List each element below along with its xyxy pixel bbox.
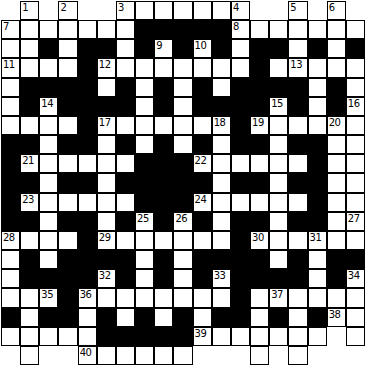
block-cell: [154, 97, 173, 116]
grid-cell[interactable]: [212, 327, 231, 346]
grid-cell[interactable]: [58, 154, 77, 173]
grid-cell[interactable]: 16: [346, 97, 365, 116]
grid-cell[interactable]: [308, 116, 327, 135]
grid-cell[interactable]: [116, 346, 135, 365]
grid-cell[interactable]: [250, 20, 269, 39]
grid-cell[interactable]: [135, 288, 154, 307]
grid-cell[interactable]: 21: [20, 154, 39, 173]
grid-cell[interactable]: 26: [173, 212, 192, 231]
grid-cell[interactable]: [231, 327, 250, 346]
grid-cell[interactable]: [20, 20, 39, 39]
grid-cell[interactable]: [327, 58, 346, 77]
clue-number: 36: [80, 289, 92, 300]
grid-cell[interactable]: [346, 20, 365, 39]
grid-cell[interactable]: 25: [135, 212, 154, 231]
grid-cell[interactable]: [39, 20, 58, 39]
grid-cell[interactable]: [20, 288, 39, 307]
grid-cell[interactable]: [212, 212, 231, 231]
grid-cell[interactable]: [346, 116, 365, 135]
block-cell: [116, 78, 135, 97]
grid-cell[interactable]: [288, 154, 307, 173]
grid-cell[interactable]: 29: [97, 231, 116, 250]
grid-cell[interactable]: [212, 288, 231, 307]
grid-cell[interactable]: [346, 173, 365, 192]
clue-number: 38: [329, 309, 341, 320]
grid-cell[interactable]: [269, 116, 288, 135]
grid-cell[interactable]: [212, 173, 231, 192]
grid-cell[interactable]: 33: [212, 269, 231, 288]
block-cell: [193, 20, 212, 39]
grid-cell[interactable]: [193, 231, 212, 250]
grid-cell[interactable]: [1, 250, 20, 269]
grid-cell[interactable]: [154, 58, 173, 77]
grid-cell[interactable]: [20, 231, 39, 250]
grid-cell[interactable]: [39, 250, 58, 269]
block-cell: [1, 308, 20, 327]
grid-cell[interactable]: [327, 154, 346, 173]
grid-cell[interactable]: [39, 193, 58, 212]
clue-number: 23: [22, 194, 34, 205]
clue-number: 26: [175, 213, 187, 224]
grid-cell[interactable]: [58, 231, 77, 250]
grid-cell[interactable]: 7: [1, 20, 20, 39]
grid-cell[interactable]: [193, 288, 212, 307]
grid-cell[interactable]: [20, 39, 39, 58]
grid-cell[interactable]: [193, 308, 212, 327]
grid-cell[interactable]: [288, 193, 307, 212]
grid-cell[interactable]: [346, 308, 365, 327]
grid-cell[interactable]: [231, 154, 250, 173]
grid-cell[interactable]: [173, 231, 192, 250]
grid-cell[interactable]: [39, 135, 58, 154]
grid-cell[interactable]: [346, 58, 365, 77]
grid-cell[interactable]: [1, 288, 20, 307]
block-cell: [173, 39, 192, 58]
grid-cell[interactable]: [269, 250, 288, 269]
block-cell: [212, 250, 231, 269]
block-cell: [78, 39, 97, 58]
grid-cell[interactable]: 37: [269, 288, 288, 307]
grid-cell[interactable]: [116, 288, 135, 307]
grid-cell[interactable]: [193, 1, 212, 20]
block-cell: [231, 173, 250, 192]
clue-number: 1: [22, 2, 28, 13]
grid-cell[interactable]: [154, 231, 173, 250]
grid-cell[interactable]: 14: [39, 97, 58, 116]
grid-cell[interactable]: [97, 288, 116, 307]
clue-number: 33: [214, 270, 226, 281]
grid-cell[interactable]: [116, 231, 135, 250]
grid-cell[interactable]: [231, 39, 250, 58]
void-cell: [308, 346, 327, 365]
grid-cell[interactable]: [308, 250, 327, 269]
block-cell: [346, 250, 365, 269]
block-cell: [269, 269, 288, 288]
block-cell: [1, 154, 20, 173]
grid-cell[interactable]: [193, 116, 212, 135]
grid-cell[interactable]: [346, 78, 365, 97]
grid-cell[interactable]: [346, 327, 365, 346]
grid-cell[interactable]: [288, 327, 307, 346]
clue-number: 6: [329, 2, 335, 13]
block-cell: [78, 97, 97, 116]
grid-cell[interactable]: [135, 58, 154, 77]
grid-cell[interactable]: [173, 78, 192, 97]
grid-cell[interactable]: [346, 135, 365, 154]
block-cell: [116, 327, 135, 346]
clue-number: 11: [3, 59, 15, 70]
grid-cell[interactable]: 8: [231, 20, 250, 39]
grid-cell[interactable]: [173, 58, 192, 77]
block-cell: [269, 39, 288, 58]
block-cell: [135, 308, 154, 327]
grid-cell[interactable]: [212, 1, 231, 20]
grid-cell[interactable]: 19: [250, 116, 269, 135]
block-cell: [1, 212, 20, 231]
grid-cell[interactable]: [250, 327, 269, 346]
void-cell: [97, 1, 116, 20]
grid-cell[interactable]: [269, 327, 288, 346]
block-cell: [154, 135, 173, 154]
grid-cell[interactable]: 39: [193, 327, 212, 346]
grid-cell[interactable]: 4: [231, 1, 250, 20]
block-cell: [1, 135, 20, 154]
grid-cell[interactable]: [212, 58, 231, 77]
grid-cell[interactable]: 5: [288, 1, 307, 20]
grid-cell[interactable]: 10: [193, 39, 212, 58]
grid-cell[interactable]: [346, 193, 365, 212]
grid-cell[interactable]: [327, 212, 346, 231]
block-cell: [288, 173, 307, 192]
block-cell: [173, 20, 192, 39]
grid-cell[interactable]: [269, 212, 288, 231]
grid-cell[interactable]: [58, 58, 77, 77]
grid-cell[interactable]: [288, 116, 307, 135]
block-cell: [250, 58, 269, 77]
grid-cell[interactable]: [1, 97, 20, 116]
grid-cell[interactable]: [20, 308, 39, 327]
grid-cell[interactable]: [78, 327, 97, 346]
grid-cell[interactable]: [116, 116, 135, 135]
grid-cell[interactable]: [135, 135, 154, 154]
grid-cell[interactable]: 11: [1, 58, 20, 77]
grid-cell[interactable]: [173, 1, 192, 20]
grid-cell[interactable]: [1, 116, 20, 135]
grid-cell[interactable]: 15: [269, 97, 288, 116]
block-cell: [193, 269, 212, 288]
grid-cell[interactable]: 40: [78, 346, 97, 365]
grid-cell[interactable]: 1: [20, 1, 39, 20]
grid-cell[interactable]: [39, 116, 58, 135]
block-cell: [193, 78, 212, 97]
grid-cell[interactable]: [288, 308, 307, 327]
block-cell: [231, 116, 250, 135]
grid-cell[interactable]: [97, 346, 116, 365]
clue-number: 15: [271, 98, 283, 109]
grid-cell[interactable]: 3: [116, 1, 135, 20]
block-cell: [135, 327, 154, 346]
grid-cell[interactable]: [97, 212, 116, 231]
grid-cell[interactable]: [327, 20, 346, 39]
grid-cell[interactable]: 18: [212, 116, 231, 135]
block-cell: [135, 193, 154, 212]
grid-cell[interactable]: 27: [346, 212, 365, 231]
grid-cell[interactable]: [1, 78, 20, 97]
grid-cell[interactable]: [135, 231, 154, 250]
grid-cell[interactable]: [173, 135, 192, 154]
clue-number: 30: [252, 232, 264, 243]
grid-cell[interactable]: [269, 135, 288, 154]
clue-number: 12: [99, 59, 111, 70]
grid-cell[interactable]: [288, 288, 307, 307]
block-cell: [250, 212, 269, 231]
grid-cell[interactable]: 13: [288, 58, 307, 77]
grid-cell[interactable]: 35: [39, 288, 58, 307]
grid-cell[interactable]: [308, 327, 327, 346]
grid-cell[interactable]: [308, 269, 327, 288]
grid-cell[interactable]: [212, 154, 231, 173]
grid-cell[interactable]: [97, 78, 116, 97]
grid-cell[interactable]: [288, 346, 307, 365]
grid-cell[interactable]: [250, 193, 269, 212]
grid-cell[interactable]: [97, 154, 116, 173]
block-cell: [135, 154, 154, 173]
block-cell: [288, 212, 307, 231]
block-cell: [193, 212, 212, 231]
grid-cell[interactable]: [327, 39, 346, 58]
grid-cell[interactable]: [269, 154, 288, 173]
grid-cell[interactable]: [58, 20, 77, 39]
grid-cell[interactable]: [58, 327, 77, 346]
grid-cell[interactable]: [135, 269, 154, 288]
grid-cell[interactable]: [173, 346, 192, 365]
block-cell: [327, 78, 346, 97]
grid-cell[interactable]: [116, 193, 135, 212]
grid-cell[interactable]: [1, 39, 20, 58]
block-cell: [154, 173, 173, 192]
block-cell: [135, 39, 154, 58]
void-cell: [193, 346, 212, 365]
block-cell: [212, 308, 231, 327]
block-cell: [78, 231, 97, 250]
grid-cell[interactable]: 31: [308, 231, 327, 250]
void-cell: [346, 1, 365, 20]
grid-cell[interactable]: [1, 269, 20, 288]
grid-cell[interactable]: [135, 116, 154, 135]
grid-cell[interactable]: [116, 58, 135, 77]
grid-cell[interactable]: [250, 154, 269, 173]
grid-cell[interactable]: [20, 327, 39, 346]
void-cell: [269, 346, 288, 365]
clue-number: 39: [195, 328, 207, 339]
grid-cell[interactable]: [78, 154, 97, 173]
block-cell: [20, 212, 39, 231]
grid-cell[interactable]: [154, 1, 173, 20]
grid-cell[interactable]: [39, 58, 58, 77]
clue-number: 35: [41, 289, 53, 300]
block-cell: [78, 212, 97, 231]
grid-cell[interactable]: [173, 269, 192, 288]
block-cell: [231, 78, 250, 97]
grid-cell[interactable]: 12: [97, 58, 116, 77]
block-cell: [193, 250, 212, 269]
grid-cell[interactable]: [20, 346, 39, 365]
grid-cell[interactable]: [39, 212, 58, 231]
block-cell: [250, 78, 269, 97]
grid-cell[interactable]: [231, 58, 250, 77]
block-cell: [231, 231, 250, 250]
block-cell: [193, 135, 212, 154]
grid-cell[interactable]: 9: [154, 39, 173, 58]
block-cell: [58, 212, 77, 231]
grid-cell[interactable]: 23: [20, 193, 39, 212]
block-cell: [231, 308, 250, 327]
grid-cell[interactable]: [212, 135, 231, 154]
grid-cell[interactable]: [135, 78, 154, 97]
grid-cell[interactable]: 30: [250, 231, 269, 250]
block-cell: [39, 39, 58, 58]
grid-cell[interactable]: [173, 116, 192, 135]
clue-number: 20: [329, 117, 341, 128]
grid-cell[interactable]: [39, 154, 58, 173]
grid-cell[interactable]: [327, 231, 346, 250]
grid-cell[interactable]: [135, 250, 154, 269]
grid-cell[interactable]: [154, 116, 173, 135]
grid-cell[interactable]: [327, 193, 346, 212]
grid-cell[interactable]: [154, 346, 173, 365]
clue-number: 2: [60, 2, 66, 13]
clue-number: 4: [233, 2, 239, 13]
grid-cell[interactable]: 22: [193, 154, 212, 173]
grid-cell[interactable]: [327, 173, 346, 192]
grid-cell[interactable]: [212, 193, 231, 212]
block-cell: [154, 250, 173, 269]
grid-cell[interactable]: [173, 250, 192, 269]
grid-cell[interactable]: [308, 20, 327, 39]
grid-cell[interactable]: [97, 135, 116, 154]
block-cell: [58, 135, 77, 154]
block-cell: [116, 135, 135, 154]
grid-cell[interactable]: [212, 78, 231, 97]
void-cell: [231, 346, 250, 365]
grid-cell[interactable]: [97, 193, 116, 212]
clue-number: 29: [99, 232, 111, 243]
grid-cell[interactable]: [308, 288, 327, 307]
grid-cell[interactable]: [327, 135, 346, 154]
grid-cell[interactable]: [269, 173, 288, 192]
clue-number: 16: [348, 98, 360, 109]
grid-cell[interactable]: [269, 58, 288, 77]
grid-cell[interactable]: [269, 20, 288, 39]
grid-cell[interactable]: [346, 231, 365, 250]
grid-cell[interactable]: [78, 20, 97, 39]
grid-cell[interactable]: [327, 288, 346, 307]
block-cell: [116, 212, 135, 231]
grid-cell[interactable]: [269, 231, 288, 250]
clue-number: 21: [22, 155, 34, 166]
grid-cell[interactable]: [78, 308, 97, 327]
grid-cell[interactable]: [288, 20, 307, 39]
grid-cell[interactable]: [231, 193, 250, 212]
block-cell: [288, 78, 307, 97]
crossword-board: 1234567891011121314151617181920212223242…: [1, 1, 365, 365]
grid-cell[interactable]: 6: [327, 1, 346, 20]
grid-cell[interactable]: [39, 231, 58, 250]
clue-number: 22: [195, 155, 207, 166]
block-cell: [193, 173, 212, 192]
grid-cell[interactable]: [308, 97, 327, 116]
grid-cell[interactable]: [135, 346, 154, 365]
grid-cell[interactable]: [97, 20, 116, 39]
grid-cell[interactable]: 28: [1, 231, 20, 250]
grid-cell[interactable]: [78, 193, 97, 212]
grid-cell[interactable]: [39, 327, 58, 346]
grid-cell[interactable]: [116, 308, 135, 327]
grid-cell[interactable]: [269, 193, 288, 212]
grid-cell[interactable]: [39, 173, 58, 192]
grid-cell[interactable]: [135, 1, 154, 20]
block-cell: [250, 39, 269, 58]
grid-cell[interactable]: [116, 154, 135, 173]
grid-cell[interactable]: 36: [78, 288, 97, 307]
grid-cell[interactable]: 32: [97, 269, 116, 288]
block-cell: [346, 39, 365, 58]
grid-cell[interactable]: [97, 173, 116, 192]
grid-cell[interactable]: [288, 231, 307, 250]
grid-cell[interactable]: [135, 97, 154, 116]
grid-cell[interactable]: [116, 39, 135, 58]
clue-number: 14: [41, 98, 53, 109]
block-cell: [288, 135, 307, 154]
grid-cell[interactable]: [154, 308, 173, 327]
grid-cell[interactable]: [308, 58, 327, 77]
void-cell: [58, 346, 77, 365]
grid-cell[interactable]: [346, 154, 365, 173]
grid-cell[interactable]: [58, 39, 77, 58]
grid-cell[interactable]: [193, 58, 212, 77]
grid-cell[interactable]: 17: [97, 116, 116, 135]
grid-cell[interactable]: [212, 231, 231, 250]
grid-cell[interactable]: [20, 58, 39, 77]
grid-cell[interactable]: [250, 308, 269, 327]
grid-cell[interactable]: [308, 78, 327, 97]
block-cell: [308, 135, 327, 154]
grid-cell[interactable]: 24: [193, 193, 212, 212]
grid-cell[interactable]: 38: [327, 308, 346, 327]
grid-cell[interactable]: [288, 39, 307, 58]
grid-cell[interactable]: 2: [58, 1, 77, 20]
grid-cell[interactable]: [173, 288, 192, 307]
grid-cell[interactable]: [116, 20, 135, 39]
grid-cell[interactable]: [20, 116, 39, 135]
block-cell: [154, 327, 173, 346]
grid-cell[interactable]: [1, 327, 20, 346]
grid-cell[interactable]: 20: [327, 116, 346, 135]
block-cell: [308, 308, 327, 327]
grid-cell[interactable]: [173, 97, 192, 116]
block-cell: [154, 193, 173, 212]
grid-cell[interactable]: [154, 288, 173, 307]
grid-cell[interactable]: [346, 288, 365, 307]
block-cell: [308, 39, 327, 58]
void-cell: [250, 1, 269, 20]
grid-cell[interactable]: [58, 116, 77, 135]
grid-cell[interactable]: 34: [346, 269, 365, 288]
grid-cell[interactable]: [250, 346, 269, 365]
grid-cell[interactable]: [58, 193, 77, 212]
grid-cell[interactable]: [250, 288, 269, 307]
block-cell: [193, 97, 212, 116]
